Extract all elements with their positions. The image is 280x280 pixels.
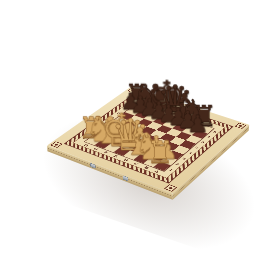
scene: HGFEDCBA HGFEDCBA 87654321 87654321 ♜♞♝♚… — [0, 0, 280, 280]
chess-board: HGFEDCBA HGFEDCBA 87654321 87654321 ♜♞♝♚… — [47, 86, 249, 193]
chess-box: HGFEDCBA HGFEDCBA 87654321 87654321 ♜♞♝♚… — [47, 86, 249, 193]
rope-inlay-border: HGFEDCBA HGFEDCBA 87654321 87654321 ♜♞♝♚… — [64, 94, 234, 184]
product-photo-chess-set: HGFEDCBA HGFEDCBA 87654321 87654321 ♜♞♝♚… — [0, 0, 280, 280]
white-rook[interactable]: ♜ — [141, 138, 179, 169]
black-pawn[interactable]: ♟ — [180, 112, 216, 136]
board-squares: ♜♞♝♚♛♝♞♜♟♟♟♟♟♟♟♟♟♟♟♟♟♟♟♟♜♞♝♚♛♝♞♜ — [84, 103, 215, 172]
metal-latch[interactable] — [90, 163, 95, 169]
